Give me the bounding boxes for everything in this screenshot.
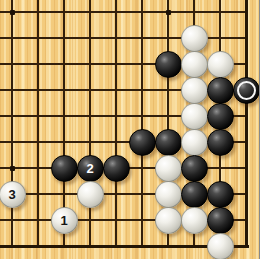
stone-black-c2r6	[51, 155, 78, 182]
grid-line-v-3	[89, 0, 91, 247]
stone-white-c7r1	[181, 25, 208, 52]
grid-line-v-1	[37, 0, 39, 247]
stone-white-c6r6	[155, 155, 182, 182]
stone-black-c7r6	[181, 155, 208, 182]
stone-black-c8r5	[207, 129, 234, 156]
stone-white-c6r8	[155, 207, 182, 234]
stone-black-c8r4	[207, 103, 234, 130]
stone-white-c8r9	[207, 233, 234, 259]
stone-black-c6r2	[155, 51, 182, 78]
stone-white-c7r2	[181, 51, 208, 78]
stone-black-c5r5	[129, 129, 156, 156]
stone-white-c7r4	[181, 103, 208, 130]
stone-white-c7r8	[181, 207, 208, 234]
stone-black-c8r3	[207, 77, 234, 104]
grid-line-v-5	[141, 0, 143, 247]
move-number-label: 2	[86, 162, 93, 175]
star-point	[166, 10, 171, 15]
stone-black-c9r3	[233, 77, 260, 104]
stone-black-c3r6: 2	[77, 155, 104, 182]
move-number-label: 1	[60, 214, 67, 227]
stone-black-c8r7	[207, 181, 234, 208]
stone-black-c8r8	[207, 207, 234, 234]
board-right-edge-line	[245, 0, 248, 248]
stone-black-c4r6	[103, 155, 130, 182]
go-board[interactable]: 231	[0, 0, 259, 259]
stone-black-c6r5	[155, 129, 182, 156]
stone-white-c3r7	[77, 181, 104, 208]
stone-white-c7r3	[181, 77, 208, 104]
stone-white-c7r5	[181, 129, 208, 156]
stone-white-c2r8: 1	[51, 207, 78, 234]
grid-line-v-4	[115, 0, 117, 247]
stone-black-c7r7	[181, 181, 208, 208]
circle-marker	[237, 81, 256, 100]
star-point	[10, 166, 15, 171]
stone-white-c0r7: 3	[0, 181, 26, 208]
star-point	[10, 10, 15, 15]
stone-white-c8r2	[207, 51, 234, 78]
move-number-label: 3	[8, 188, 15, 201]
stone-white-c6r7	[155, 181, 182, 208]
